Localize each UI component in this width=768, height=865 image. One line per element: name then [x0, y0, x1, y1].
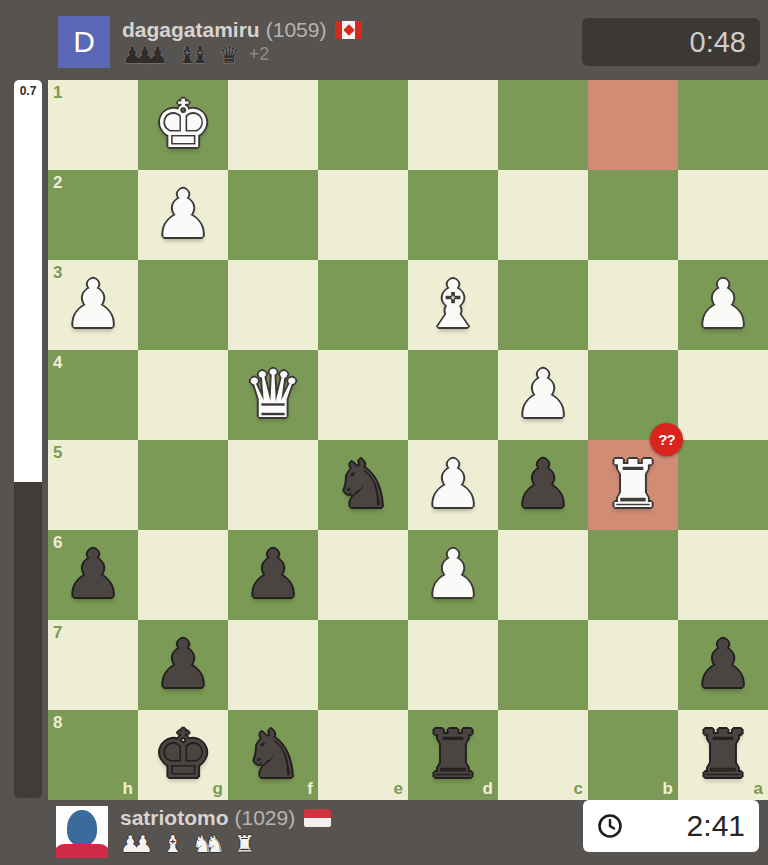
square-c4[interactable]: ♟ — [498, 350, 588, 440]
square-d6[interactable]: ♟ — [408, 530, 498, 620]
white-bishop[interactable]: ♝ — [423, 272, 482, 338]
square-h7[interactable]: 7 — [48, 620, 138, 710]
bottom-player-rating: (1029) — [235, 806, 296, 829]
square-g7[interactable]: ♟ — [138, 620, 228, 710]
avatar-initial: D — [73, 25, 95, 59]
square-b1[interactable] — [588, 80, 678, 170]
square-b2[interactable] — [588, 170, 678, 260]
square-e2[interactable] — [318, 170, 408, 260]
square-b7[interactable] — [588, 620, 678, 710]
square-a1[interactable] — [678, 80, 768, 170]
square-f7[interactable] — [228, 620, 318, 710]
square-e4[interactable] — [318, 350, 408, 440]
rank-label-5: 5 — [53, 444, 62, 461]
white-pawn[interactable]: ♟ — [423, 452, 482, 518]
black-pawn[interactable]: ♟ — [63, 542, 122, 608]
square-e8[interactable]: e — [318, 710, 408, 800]
black-rook[interactable]: ♜ — [423, 722, 482, 788]
eval-score: 0.7 — [14, 84, 42, 98]
square-c6[interactable] — [498, 530, 588, 620]
maple-leaf-icon — [344, 24, 355, 35]
black-knight[interactable]: ♞ — [243, 722, 302, 788]
black-rook[interactable]: ♜ — [693, 722, 752, 788]
square-h4[interactable]: 4 — [48, 350, 138, 440]
file-label-h: h — [123, 780, 133, 797]
black-pawn[interactable]: ♟ — [153, 632, 212, 698]
square-d5[interactable]: ♟ — [408, 440, 498, 530]
eval-bar: 0.7 — [14, 80, 42, 798]
top-player-clock: 0:48 — [582, 18, 760, 66]
file-label-d: d — [483, 780, 493, 797]
top-player-name: dagagatamiru — [122, 18, 260, 41]
square-a8[interactable]: a♜ — [678, 710, 768, 800]
square-e5[interactable]: ♞ — [318, 440, 408, 530]
square-a3[interactable]: ♟ — [678, 260, 768, 350]
top-captured-pieces: ♟♟♟♝♝♛+2 — [122, 42, 269, 68]
bottom-player-nameline[interactable]: satriotomo(1029) — [120, 806, 331, 830]
file-label-e: e — [394, 780, 403, 797]
black-pawn[interactable]: ♟ — [243, 542, 302, 608]
chess-board: 1♚2♟3♟♝♟4♛♟5♞♟♟♜6♟♟♟7♟♟8hg♚f♞ed♜cba♜ — [48, 80, 768, 800]
square-h2[interactable]: 2 — [48, 170, 138, 260]
square-h8[interactable]: 8h — [48, 710, 138, 800]
black-knight[interactable]: ♞ — [333, 452, 392, 518]
square-e6[interactable] — [318, 530, 408, 620]
square-d8[interactable]: d♜ — [408, 710, 498, 800]
square-c7[interactable] — [498, 620, 588, 710]
square-f2[interactable] — [228, 170, 318, 260]
captured-bishop-group: ♝ — [162, 831, 183, 857]
square-c3[interactable] — [498, 260, 588, 350]
square-e1[interactable] — [318, 80, 408, 170]
square-c5[interactable]: ♟ — [498, 440, 588, 530]
bottom-clock-time: 2:41 — [687, 809, 745, 843]
rank-label-1: 1 — [53, 84, 62, 101]
square-b6[interactable] — [588, 530, 678, 620]
white-pawn[interactable]: ♟ — [513, 362, 572, 428]
square-f5[interactable] — [228, 440, 318, 530]
square-h3[interactable]: 3♟ — [48, 260, 138, 350]
square-g6[interactable] — [138, 530, 228, 620]
top-clock-time: 0:48 — [690, 26, 746, 59]
square-b8[interactable]: b — [588, 710, 678, 800]
captured-knight-group: ♞♞ — [192, 831, 225, 857]
square-e3[interactable] — [318, 260, 408, 350]
square-a5[interactable] — [678, 440, 768, 530]
square-f3[interactable] — [228, 260, 318, 350]
bottom-captured-pieces: ♟♟♝♞♞♜ — [120, 831, 264, 857]
square-a2[interactable] — [678, 170, 768, 260]
white-pawn[interactable]: ♟ — [153, 182, 212, 248]
top-player-bar: D dagagatamiru(1059) ♟♟♟♝♝♛+2 0:48 — [0, 0, 768, 80]
square-g5[interactable] — [138, 440, 228, 530]
clock-icon — [597, 813, 623, 839]
file-label-g: g — [213, 780, 223, 797]
square-g1[interactable]: ♚ — [138, 80, 228, 170]
square-d4[interactable] — [408, 350, 498, 440]
black-pawn[interactable]: ♟ — [693, 632, 752, 698]
square-b5[interactable]: ♜ — [588, 440, 678, 530]
avatar-head-silhouette — [67, 810, 97, 846]
file-label-a: a — [754, 780, 763, 797]
rank-label-3: 3 — [53, 264, 62, 281]
square-c2[interactable] — [498, 170, 588, 260]
file-label-f: f — [307, 780, 313, 797]
square-g2[interactable]: ♟ — [138, 170, 228, 260]
square-d3[interactable]: ♝ — [408, 260, 498, 350]
square-a6[interactable] — [678, 530, 768, 620]
square-g8[interactable]: g♚ — [138, 710, 228, 800]
square-a4[interactable] — [678, 350, 768, 440]
black-pawn[interactable]: ♟ — [513, 452, 572, 518]
square-b3[interactable] — [588, 260, 678, 350]
rank-label-4: 4 — [53, 354, 62, 371]
file-label-b: b — [663, 780, 673, 797]
captured-bishop-group: ♝♝ — [177, 42, 210, 68]
rank-label-8: 8 — [53, 714, 62, 731]
square-e7[interactable] — [318, 620, 408, 710]
file-label-c: c — [574, 780, 583, 797]
white-pawn[interactable]: ♟ — [63, 272, 122, 338]
white-queen[interactable]: ♛ — [243, 362, 302, 428]
square-d1[interactable] — [408, 80, 498, 170]
white-pawn[interactable]: ♟ — [693, 272, 752, 338]
square-c1[interactable] — [498, 80, 588, 170]
square-f4[interactable]: ♛ — [228, 350, 318, 440]
white-pawn[interactable]: ♟ — [423, 542, 482, 608]
captured-rook-group: ♜ — [234, 831, 255, 857]
canada-flag-icon — [335, 21, 362, 39]
captured-queen-group: ♛ — [219, 42, 240, 68]
top-player-nameline[interactable]: dagagatamiru(1059) — [122, 18, 362, 42]
white-king[interactable]: ♚ — [153, 92, 212, 158]
rank-label-7: 7 — [53, 624, 62, 641]
square-c8[interactable]: c — [498, 710, 588, 800]
square-g3[interactable] — [138, 260, 228, 350]
eval-bar-white-portion — [14, 80, 42, 482]
square-f8[interactable]: f♞ — [228, 710, 318, 800]
material-advantage: +2 — [249, 44, 270, 65]
captured-pawn-group: ♟♟♟ — [122, 42, 168, 68]
rank-label-2: 2 — [53, 174, 62, 191]
bottom-player-avatar[interactable] — [56, 806, 108, 858]
square-f6[interactable]: ♟ — [228, 530, 318, 620]
black-king[interactable]: ♚ — [153, 722, 212, 788]
square-d2[interactable] — [408, 170, 498, 260]
indonesia-flag-icon — [304, 809, 331, 827]
square-d7[interactable] — [408, 620, 498, 710]
square-f1[interactable] — [228, 80, 318, 170]
square-h6[interactable]: 6♟ — [48, 530, 138, 620]
square-a7[interactable]: ♟ — [678, 620, 768, 710]
square-b4[interactable] — [588, 350, 678, 440]
bottom-player-clock: 2:41 — [583, 800, 759, 852]
square-g4[interactable] — [138, 350, 228, 440]
rank-label-6: 6 — [53, 534, 62, 551]
captured-pawn-group: ♟♟ — [120, 831, 153, 857]
top-player-rating: (1059) — [266, 18, 327, 41]
bottom-player-name: satriotomo — [120, 806, 229, 829]
white-rook[interactable]: ♜ — [603, 452, 662, 518]
square-h1[interactable]: 1 — [48, 80, 138, 170]
avatar-shirt — [56, 844, 108, 858]
square-h5[interactable]: 5 — [48, 440, 138, 530]
top-player-avatar[interactable]: D — [58, 16, 110, 68]
